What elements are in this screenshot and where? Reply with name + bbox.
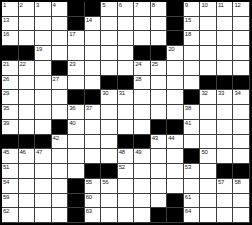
black-cell-r7c12: [184, 90, 201, 105]
cell-r6c12[interactable]: [184, 76, 201, 91]
clue-number-35: 35: [3, 105, 9, 112]
cell-r10c5[interactable]: [68, 135, 85, 150]
cell-r2c15[interactable]: [233, 17, 250, 32]
cell-r11c8[interactable]: 48: [118, 149, 135, 164]
cell-r13c9[interactable]: [134, 179, 151, 194]
cell-r1c15[interactable]: 12: [233, 2, 250, 17]
cell-r1c10[interactable]: 8: [151, 2, 168, 17]
crossword-grid: 1234567891011121314151617181920212223242…: [0, 0, 252, 225]
cell-r8c11[interactable]: [167, 105, 184, 120]
black-cell-r9c10: [151, 120, 168, 135]
cell-r7c4[interactable]: [52, 90, 69, 105]
cell-r13c15[interactable]: 58: [233, 179, 250, 194]
cell-r10c6[interactable]: [85, 135, 102, 150]
cell-r5c3[interactable]: [35, 61, 52, 76]
clue-number-46: 46: [20, 149, 26, 156]
clue-number-64: 64: [185, 208, 191, 215]
clue-number-53: 53: [185, 164, 191, 171]
cell-r15c12[interactable]: 64: [184, 208, 201, 223]
cell-r8c15[interactable]: [233, 105, 250, 120]
cell-r4c7[interactable]: [101, 46, 118, 61]
cell-r12c2[interactable]: [19, 164, 36, 179]
cell-r1c14[interactable]: 11: [217, 2, 234, 17]
cell-r11c13[interactable]: 50: [200, 149, 217, 164]
cell-r13c10[interactable]: [151, 179, 168, 194]
clue-number-58: 58: [234, 179, 240, 186]
cell-r5c11[interactable]: [167, 61, 184, 76]
cell-r2c1[interactable]: 13: [2, 17, 19, 32]
cell-r14c6[interactable]: 60: [85, 194, 102, 209]
cell-r12c8[interactable]: 52: [118, 164, 135, 179]
black-cell-r12c6: [85, 164, 102, 179]
clue-number-55: 55: [86, 179, 92, 186]
cell-r12c10[interactable]: [151, 164, 168, 179]
black-cell-r1c6: [85, 2, 102, 17]
cell-r5c5[interactable]: 23: [68, 61, 85, 76]
cell-r2c2[interactable]: [19, 17, 36, 32]
cell-r3c1[interactable]: 16: [2, 31, 19, 46]
cell-r9c3[interactable]: [35, 120, 52, 135]
cell-r5c10[interactable]: 25: [151, 61, 168, 76]
black-cell-r7c5: [68, 90, 85, 105]
cell-r3c7[interactable]: [101, 31, 118, 46]
clue-number-8: 8: [152, 2, 155, 9]
clue-number-37: 37: [86, 105, 92, 112]
black-cell-r6c13: [200, 76, 217, 91]
cell-r11c6[interactable]: [85, 149, 102, 164]
cell-r9c5[interactable]: 40: [68, 120, 85, 135]
clue-number-50: 50: [201, 149, 207, 156]
clue-number-18: 18: [185, 31, 191, 38]
cell-r5c15[interactable]: [233, 61, 250, 76]
cell-r2c6[interactable]: 14: [85, 17, 102, 32]
clue-number-12: 12: [234, 2, 240, 9]
cell-r15c14[interactable]: [217, 208, 234, 223]
cell-r14c7[interactable]: [101, 194, 118, 209]
cell-r11c2[interactable]: 46: [19, 149, 36, 164]
cell-r8c1[interactable]: 35: [2, 105, 19, 120]
cell-r4c4[interactable]: [52, 46, 69, 61]
cell-r6c9[interactable]: 28: [134, 76, 151, 91]
clue-number-40: 40: [69, 120, 75, 127]
cell-r15c7[interactable]: [101, 208, 118, 223]
clue-number-26: 26: [3, 76, 9, 83]
cell-r1c8[interactable]: 6: [118, 2, 135, 17]
cell-r14c2[interactable]: [19, 194, 36, 209]
cell-r10c12[interactable]: [184, 135, 201, 150]
cell-r12c11[interactable]: [167, 164, 184, 179]
black-cell-r4c10: [151, 46, 168, 61]
cell-r9c1[interactable]: 39: [2, 120, 19, 135]
black-cell-r4c9: [134, 46, 151, 61]
cell-r11c11[interactable]: [167, 149, 184, 164]
cell-r5c1[interactable]: 21: [2, 61, 19, 76]
black-cell-r2c11: [167, 17, 184, 32]
cell-r6c5[interactable]: [68, 76, 85, 91]
cell-r8c3[interactable]: [35, 105, 52, 120]
cell-r7c3[interactable]: [35, 90, 52, 105]
black-cell-r1c5: [68, 2, 85, 17]
cell-r4c13[interactable]: [200, 46, 217, 61]
cell-r8c7[interactable]: [101, 105, 118, 120]
black-cell-r1c11: [167, 2, 184, 17]
cell-r2c7[interactable]: [101, 17, 118, 32]
black-cell-r15c10: [151, 208, 168, 223]
clue-number-17: 17: [69, 31, 75, 38]
cell-r12c12[interactable]: 53: [184, 164, 201, 179]
cell-r14c14[interactable]: [217, 194, 234, 209]
cell-r3c10[interactable]: [151, 31, 168, 46]
cell-r11c10[interactable]: [151, 149, 168, 164]
clue-number-41: 41: [185, 120, 191, 127]
black-cell-r6c8: [118, 76, 135, 91]
cell-r14c15[interactable]: [233, 194, 250, 209]
cell-r12c5[interactable]: [68, 164, 85, 179]
cell-r12c13[interactable]: [200, 164, 217, 179]
clue-number-2: 2: [20, 2, 23, 9]
clue-number-32: 32: [201, 90, 207, 97]
clue-number-34: 34: [234, 90, 240, 97]
cell-r2c10[interactable]: [151, 17, 168, 32]
clue-number-13: 13: [3, 17, 9, 24]
cell-r6c11[interactable]: [167, 76, 184, 91]
clue-number-57: 57: [218, 179, 224, 186]
clue-number-33: 33: [218, 90, 224, 97]
cell-r13c11[interactable]: [167, 179, 184, 194]
cell-r13c4[interactable]: [52, 179, 69, 194]
cell-r4c8[interactable]: [118, 46, 135, 61]
cell-r9c14[interactable]: [217, 120, 234, 135]
cell-r12c4[interactable]: [52, 164, 69, 179]
cell-r12c1[interactable]: 51: [2, 164, 19, 179]
cell-r3c14[interactable]: [217, 31, 234, 46]
cell-r3c13[interactable]: [200, 31, 217, 46]
cell-r4c11[interactable]: 20: [167, 46, 184, 61]
clue-number-31: 31: [119, 90, 125, 97]
cell-r14c1[interactable]: 59: [2, 194, 19, 209]
cell-r4c14[interactable]: [217, 46, 234, 61]
clue-number-7: 7: [135, 2, 138, 9]
clue-number-24: 24: [135, 61, 141, 68]
cell-r10c11[interactable]: 44: [167, 135, 184, 150]
cell-r9c12[interactable]: 41: [184, 120, 201, 135]
cell-r7c7[interactable]: 30: [101, 90, 118, 105]
cell-r15c9[interactable]: [134, 208, 151, 223]
cell-r5c6[interactable]: [85, 61, 102, 76]
clue-number-29: 29: [3, 90, 9, 97]
cell-r13c7[interactable]: 56: [101, 179, 118, 194]
black-cell-r3c11: [167, 31, 184, 46]
clue-number-59: 59: [3, 194, 9, 201]
cell-r9c7[interactable]: [101, 120, 118, 135]
clue-number-43: 43: [152, 135, 158, 142]
clue-number-4: 4: [53, 2, 56, 9]
clue-number-10: 10: [201, 2, 207, 9]
cell-r8c4[interactable]: [52, 105, 69, 120]
black-cell-r5c4: [52, 61, 69, 76]
cell-r7c2[interactable]: [19, 90, 36, 105]
cell-r11c3[interactable]: 47: [35, 149, 52, 164]
clue-number-14: 14: [86, 17, 92, 24]
cell-r8c13[interactable]: [200, 105, 217, 120]
cell-r5c2[interactable]: 22: [19, 61, 36, 76]
cell-r4c15[interactable]: [233, 46, 250, 61]
cell-r13c6[interactable]: 55: [85, 179, 102, 194]
clue-number-63: 63: [86, 208, 92, 215]
black-cell-r12c7: [101, 164, 118, 179]
cell-r6c6[interactable]: [85, 76, 102, 91]
cell-r2c8[interactable]: [118, 17, 135, 32]
cell-r15c8[interactable]: [118, 208, 135, 223]
clue-number-52: 52: [119, 164, 125, 171]
cell-r11c7[interactable]: [101, 149, 118, 164]
cell-r11c5[interactable]: [68, 149, 85, 164]
clue-number-6: 6: [119, 2, 122, 9]
cell-r8c9[interactable]: [134, 105, 151, 120]
cell-r12c3[interactable]: [35, 164, 52, 179]
cell-r1c9[interactable]: 7: [134, 2, 151, 17]
cell-r14c8[interactable]: [118, 194, 135, 209]
cell-r13c14[interactable]: 57: [217, 179, 234, 194]
black-cell-r10c1: [2, 135, 19, 150]
cell-r7c8[interactable]: 31: [118, 90, 135, 105]
black-cell-r9c4: [52, 120, 69, 135]
cell-r9c6[interactable]: [85, 120, 102, 135]
black-cell-r10c2: [19, 135, 36, 150]
black-cell-r7c6: [85, 90, 102, 105]
black-cell-r15c5: [68, 208, 85, 223]
clue-number-36: 36: [69, 105, 75, 112]
clue-number-49: 49: [135, 149, 141, 156]
clue-number-61: 61: [185, 194, 191, 201]
cell-r3c5[interactable]: 17: [68, 31, 85, 46]
cell-r3c4[interactable]: [52, 31, 69, 46]
cell-r7c9[interactable]: [134, 90, 151, 105]
cell-r1c2[interactable]: 2: [19, 2, 36, 17]
cell-r5c9[interactable]: 24: [134, 61, 151, 76]
cell-r9c13[interactable]: [200, 120, 217, 135]
cell-r10c14[interactable]: [217, 135, 234, 150]
cell-r11c9[interactable]: 49: [134, 149, 151, 164]
clue-number-15: 15: [185, 17, 191, 24]
cell-r13c12[interactable]: [184, 179, 201, 194]
clue-number-11: 11: [218, 2, 224, 9]
cell-r14c10[interactable]: [151, 194, 168, 209]
crossword-page: 1234567891011121314151617181920212223242…: [0, 0, 252, 225]
cell-r6c2[interactable]: [19, 76, 36, 91]
cell-r8c12[interactable]: 38: [184, 105, 201, 120]
cell-r3c15[interactable]: [233, 31, 250, 46]
cell-r9c15[interactable]: [233, 120, 250, 135]
cell-r1c4[interactable]: 4: [52, 2, 69, 17]
clue-number-30: 30: [102, 90, 108, 97]
cell-r6c1[interactable]: 26: [2, 76, 19, 91]
cell-r7c14[interactable]: 33: [217, 90, 234, 105]
clue-number-22: 22: [20, 61, 26, 68]
cell-r7c1[interactable]: 29: [2, 90, 19, 105]
clue-number-38: 38: [185, 105, 191, 112]
cell-r13c8[interactable]: [118, 179, 135, 194]
black-cell-r4c2: [19, 46, 36, 61]
cell-r10c4[interactable]: 42: [52, 135, 69, 150]
cell-r5c12[interactable]: [184, 61, 201, 76]
clue-number-48: 48: [119, 149, 125, 156]
cell-r15c3[interactable]: [35, 208, 52, 223]
cell-r1c12[interactable]: 9: [184, 2, 201, 17]
clue-number-45: 45: [3, 149, 9, 156]
cell-r15c1[interactable]: 62: [2, 208, 19, 223]
cell-r2c4[interactable]: [52, 17, 69, 32]
cell-r8c14[interactable]: [217, 105, 234, 120]
clue-number-23: 23: [69, 61, 75, 68]
clue-number-21: 21: [3, 61, 9, 68]
clue-number-19: 19: [36, 46, 42, 53]
cell-r10c15[interactable]: [233, 135, 250, 150]
clue-number-56: 56: [102, 179, 108, 186]
cell-r1c7[interactable]: 5: [101, 2, 118, 17]
clue-number-44: 44: [168, 135, 174, 142]
cell-r5c13[interactable]: [200, 61, 217, 76]
cell-r14c13[interactable]: [200, 194, 217, 209]
black-cell-r12c15: [233, 164, 250, 179]
cell-r1c3[interactable]: 3: [35, 2, 52, 17]
cell-r3c8[interactable]: [118, 31, 135, 46]
cell-r9c2[interactable]: [19, 120, 36, 135]
clue-number-54: 54: [3, 179, 9, 186]
cell-r14c12[interactable]: 61: [184, 194, 201, 209]
cell-r11c1[interactable]: 45: [2, 149, 19, 164]
cell-r8c8[interactable]: [118, 105, 135, 120]
clue-number-25: 25: [152, 61, 158, 68]
cell-r4c3[interactable]: 19: [35, 46, 52, 61]
black-cell-r10c9: [134, 135, 151, 150]
cell-r15c6[interactable]: 63: [85, 208, 102, 223]
black-cell-r15c11: [167, 208, 184, 223]
cell-r3c9[interactable]: [134, 31, 151, 46]
cell-r6c3[interactable]: [35, 76, 52, 91]
cell-r4c5[interactable]: [68, 46, 85, 61]
cell-r3c3[interactable]: [35, 31, 52, 46]
black-cell-r13c5: [68, 179, 85, 194]
clue-number-42: 42: [53, 135, 59, 142]
cell-r5c8[interactable]: [118, 61, 135, 76]
cell-r13c2[interactable]: [19, 179, 36, 194]
cell-r8c10[interactable]: [151, 105, 168, 120]
cell-r13c1[interactable]: 54: [2, 179, 19, 194]
black-cell-r6c7: [101, 76, 118, 91]
cell-r2c14[interactable]: [217, 17, 234, 32]
cell-r8c5[interactable]: 36: [68, 105, 85, 120]
cell-r14c4[interactable]: [52, 194, 69, 209]
cell-r6c4[interactable]: 27: [52, 76, 69, 91]
clue-number-3: 3: [36, 2, 39, 9]
clue-number-28: 28: [135, 76, 141, 83]
cell-r2c9[interactable]: [134, 17, 151, 32]
black-cell-r6c15: [233, 76, 250, 91]
black-cell-r10c3: [35, 135, 52, 150]
clue-number-51: 51: [3, 164, 9, 171]
black-cell-r14c5: [68, 194, 85, 209]
cell-r14c9[interactable]: [134, 194, 151, 209]
black-cell-r6c14: [217, 76, 234, 91]
cell-r3c12[interactable]: 18: [184, 31, 201, 46]
cell-r1c1[interactable]: 1: [2, 2, 19, 17]
cell-r14c3[interactable]: [35, 194, 52, 209]
cell-r7c13[interactable]: 32: [200, 90, 217, 105]
cell-r12c9[interactable]: [134, 164, 151, 179]
cell-r10c10[interactable]: 43: [151, 135, 168, 150]
cell-r13c3[interactable]: [35, 179, 52, 194]
cell-r8c2[interactable]: [19, 105, 36, 120]
clue-number-20: 20: [168, 46, 174, 53]
cell-r15c15[interactable]: [233, 208, 250, 223]
cell-r7c11[interactable]: [167, 90, 184, 105]
black-cell-r10c8: [118, 135, 135, 150]
cell-r11c14[interactable]: [217, 149, 234, 164]
cell-r7c15[interactable]: 34: [233, 90, 250, 105]
clue-number-27: 27: [53, 76, 59, 83]
black-cell-r2c5: [68, 17, 85, 32]
cell-r9c9[interactable]: [134, 120, 151, 135]
clue-number-5: 5: [102, 2, 105, 9]
black-cell-r4c1: [2, 46, 19, 61]
cell-r3c2[interactable]: [19, 31, 36, 46]
cell-r11c4[interactable]: [52, 149, 69, 164]
cell-r11c15[interactable]: [233, 149, 250, 164]
clue-number-47: 47: [36, 149, 42, 156]
cell-r2c12[interactable]: 15: [184, 17, 201, 32]
cell-r8c6[interactable]: 37: [85, 105, 102, 120]
black-cell-r12c14: [217, 164, 234, 179]
cell-r10c7[interactable]: [101, 135, 118, 150]
cell-r7c10[interactable]: [151, 90, 168, 105]
black-cell-r14c11: [167, 194, 184, 209]
cell-r5c14[interactable]: [217, 61, 234, 76]
cell-r3c6[interactable]: [85, 31, 102, 46]
cell-r15c2[interactable]: [19, 208, 36, 223]
cell-r15c13[interactable]: [200, 208, 217, 223]
cell-r15c4[interactable]: [52, 208, 69, 223]
cell-r9c8[interactable]: [118, 120, 135, 135]
cell-r5c7[interactable]: [101, 61, 118, 76]
clue-number-9: 9: [185, 2, 188, 9]
cell-r6c10[interactable]: [151, 76, 168, 91]
clue-number-62: 62: [3, 208, 9, 215]
cell-r10c13[interactable]: [200, 135, 217, 150]
cell-r1c13[interactable]: 10: [200, 2, 217, 17]
clue-number-1: 1: [3, 2, 6, 9]
black-cell-r9c11: [167, 120, 184, 135]
clue-number-39: 39: [3, 120, 9, 127]
cell-r4c6[interactable]: [85, 46, 102, 61]
black-cell-r11c12: [184, 149, 201, 164]
clue-number-60: 60: [86, 194, 92, 201]
cell-r13c13[interactable]: [200, 179, 217, 194]
cell-r2c3[interactable]: [35, 17, 52, 32]
cell-r4c12[interactable]: [184, 46, 201, 61]
cell-r2c13[interactable]: [200, 17, 217, 32]
clue-number-16: 16: [3, 31, 9, 38]
